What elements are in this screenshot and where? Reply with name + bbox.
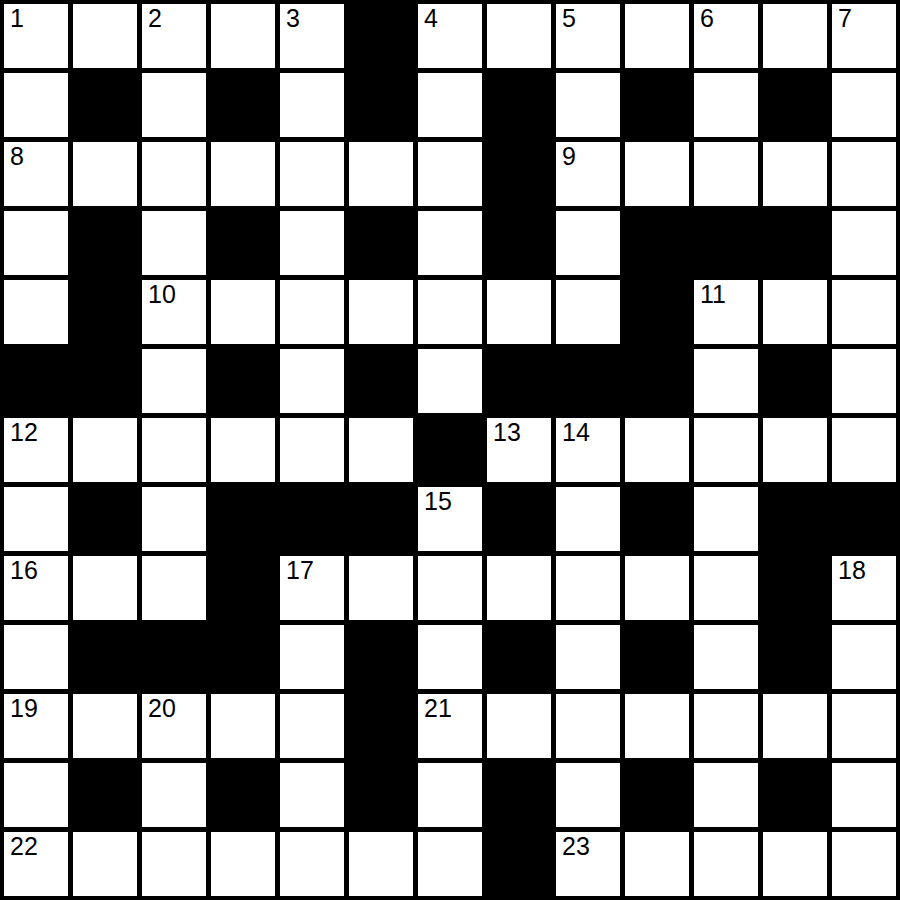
black-cell [763, 556, 827, 620]
clue-number: 1 [10, 5, 24, 33]
white-cell[interactable] [418, 349, 482, 413]
white-cell[interactable] [556, 763, 620, 827]
white-cell[interactable] [556, 73, 620, 137]
white-cell[interactable] [73, 832, 137, 896]
white-cell[interactable] [556, 556, 620, 620]
white-cell[interactable] [487, 556, 551, 620]
black-cell [763, 349, 827, 413]
black-cell [211, 211, 275, 275]
white-cell[interactable]: 22 [4, 832, 68, 896]
black-cell [211, 625, 275, 689]
white-cell[interactable] [280, 211, 344, 275]
white-cell[interactable] [73, 142, 137, 206]
white-cell[interactable] [211, 142, 275, 206]
white-cell[interactable] [418, 211, 482, 275]
white-cell[interactable] [142, 211, 206, 275]
white-cell[interactable] [211, 694, 275, 758]
white-cell[interactable] [556, 211, 620, 275]
white-cell[interactable] [142, 556, 206, 620]
clue-number: 12 [10, 419, 38, 447]
clue-number: 19 [10, 695, 38, 723]
white-cell[interactable]: 23 [556, 832, 620, 896]
black-cell [832, 487, 896, 551]
white-cell[interactable]: 12 [4, 418, 68, 482]
white-cell[interactable] [280, 349, 344, 413]
black-cell [349, 694, 413, 758]
white-cell[interactable]: 21 [418, 694, 482, 758]
black-cell [349, 487, 413, 551]
white-cell[interactable] [556, 280, 620, 344]
black-cell [625, 73, 689, 137]
white-cell[interactable] [4, 280, 68, 344]
clue-number: 15 [424, 488, 452, 516]
black-cell [73, 73, 137, 137]
white-cell[interactable] [763, 418, 827, 482]
white-cell[interactable] [832, 418, 896, 482]
white-cell[interactable] [763, 142, 827, 206]
white-cell[interactable] [280, 832, 344, 896]
black-cell [487, 73, 551, 137]
white-cell[interactable] [280, 694, 344, 758]
white-cell[interactable] [694, 694, 758, 758]
white-cell[interactable] [694, 625, 758, 689]
black-cell [625, 763, 689, 827]
clue-number: 13 [493, 419, 521, 447]
black-cell [694, 211, 758, 275]
white-cell[interactable] [4, 625, 68, 689]
clue-number: 17 [286, 557, 314, 585]
white-cell[interactable] [349, 142, 413, 206]
white-cell[interactable]: 16 [4, 556, 68, 620]
white-cell[interactable] [832, 349, 896, 413]
black-cell [349, 349, 413, 413]
white-cell[interactable] [694, 349, 758, 413]
black-cell [487, 142, 551, 206]
white-cell[interactable] [142, 349, 206, 413]
white-cell[interactable] [280, 73, 344, 137]
black-cell [349, 73, 413, 137]
black-cell [487, 211, 551, 275]
clue-number: 3 [286, 5, 300, 33]
black-cell [73, 763, 137, 827]
white-cell[interactable]: 1 [4, 4, 68, 68]
white-cell[interactable] [832, 211, 896, 275]
clue-number: 18 [838, 557, 866, 585]
white-cell[interactable] [142, 418, 206, 482]
white-cell[interactable] [280, 280, 344, 344]
white-cell[interactable] [418, 142, 482, 206]
black-cell [625, 625, 689, 689]
white-cell[interactable] [211, 280, 275, 344]
white-cell[interactable] [694, 487, 758, 551]
black-cell [73, 211, 137, 275]
white-cell[interactable]: 6 [694, 4, 758, 68]
white-cell[interactable] [694, 832, 758, 896]
white-cell[interactable] [142, 73, 206, 137]
white-cell[interactable]: 9 [556, 142, 620, 206]
white-cell[interactable] [832, 763, 896, 827]
white-cell[interactable]: 3 [280, 4, 344, 68]
white-cell[interactable] [625, 418, 689, 482]
clue-number: 8 [10, 143, 24, 171]
white-cell[interactable] [4, 763, 68, 827]
clue-number: 21 [424, 695, 452, 723]
clue-number: 4 [424, 5, 438, 33]
black-cell [73, 625, 137, 689]
clue-number: 6 [700, 5, 714, 33]
black-cell [487, 763, 551, 827]
white-cell[interactable] [556, 694, 620, 758]
black-cell [763, 73, 827, 137]
clue-number: 2 [148, 5, 162, 33]
white-cell[interactable]: 5 [556, 4, 620, 68]
white-cell[interactable] [280, 142, 344, 206]
black-cell [487, 832, 551, 896]
white-cell[interactable] [418, 556, 482, 620]
white-cell[interactable] [832, 694, 896, 758]
black-cell [349, 211, 413, 275]
white-cell[interactable] [142, 832, 206, 896]
clue-number: 11 [700, 281, 726, 309]
black-cell [487, 625, 551, 689]
white-cell[interactable] [73, 694, 137, 758]
white-cell[interactable] [280, 763, 344, 827]
white-cell[interactable] [625, 142, 689, 206]
white-cell[interactable] [694, 142, 758, 206]
white-cell[interactable]: 10 [142, 280, 206, 344]
clue-number: 5 [562, 5, 576, 33]
white-cell[interactable] [487, 694, 551, 758]
white-cell[interactable] [349, 832, 413, 896]
white-cell[interactable] [487, 280, 551, 344]
clue-number: 16 [10, 557, 38, 585]
crossword-board: 1234567891011121314151617181920212223 [0, 0, 900, 900]
black-cell [4, 349, 68, 413]
white-cell[interactable]: 8 [4, 142, 68, 206]
white-cell[interactable]: 13 [487, 418, 551, 482]
white-cell[interactable] [832, 832, 896, 896]
black-cell [73, 349, 137, 413]
black-cell [211, 487, 275, 551]
white-cell[interactable] [418, 832, 482, 896]
white-cell[interactable]: 11 [694, 280, 758, 344]
black-cell [625, 487, 689, 551]
white-cell[interactable] [142, 142, 206, 206]
white-cell[interactable] [832, 625, 896, 689]
clue-number: 23 [562, 833, 590, 861]
black-cell [211, 73, 275, 137]
white-cell[interactable]: 17 [280, 556, 344, 620]
black-cell [73, 487, 137, 551]
white-cell[interactable] [694, 418, 758, 482]
white-cell[interactable] [418, 73, 482, 137]
clue-number: 20 [148, 695, 176, 723]
white-cell[interactable] [694, 556, 758, 620]
white-cell[interactable]: 19 [4, 694, 68, 758]
black-cell [211, 763, 275, 827]
black-cell [763, 211, 827, 275]
white-cell[interactable] [832, 73, 896, 137]
white-cell[interactable] [418, 763, 482, 827]
white-cell[interactable] [832, 142, 896, 206]
white-cell[interactable] [349, 280, 413, 344]
white-cell[interactable] [556, 625, 620, 689]
black-cell [487, 487, 551, 551]
white-cell[interactable]: 14 [556, 418, 620, 482]
white-cell[interactable] [487, 4, 551, 68]
white-cell[interactable] [211, 4, 275, 68]
white-cell[interactable] [142, 763, 206, 827]
white-cell[interactable] [418, 280, 482, 344]
clue-number: 7 [838, 5, 852, 33]
white-cell[interactable]: 2 [142, 4, 206, 68]
white-cell[interactable]: 20 [142, 694, 206, 758]
white-cell[interactable] [349, 556, 413, 620]
white-cell[interactable] [763, 4, 827, 68]
white-cell[interactable] [832, 280, 896, 344]
black-cell [211, 556, 275, 620]
black-cell [142, 625, 206, 689]
white-cell[interactable] [625, 556, 689, 620]
white-cell[interactable] [625, 832, 689, 896]
black-cell [211, 349, 275, 413]
white-cell[interactable]: 4 [418, 4, 482, 68]
white-cell[interactable] [73, 556, 137, 620]
white-cell[interactable] [211, 418, 275, 482]
black-cell [556, 349, 620, 413]
white-cell[interactable] [418, 625, 482, 689]
black-cell [73, 280, 137, 344]
white-cell[interactable] [280, 418, 344, 482]
white-cell[interactable] [4, 487, 68, 551]
white-cell[interactable] [694, 763, 758, 827]
black-cell [763, 487, 827, 551]
white-cell[interactable] [73, 418, 137, 482]
clue-number: 22 [10, 833, 38, 861]
black-cell [763, 625, 827, 689]
white-cell[interactable] [625, 694, 689, 758]
white-cell[interactable] [694, 73, 758, 137]
white-cell[interactable]: 18 [832, 556, 896, 620]
black-cell [625, 211, 689, 275]
black-cell [487, 349, 551, 413]
black-cell [418, 418, 482, 482]
white-cell[interactable] [349, 418, 413, 482]
white-cell[interactable] [625, 4, 689, 68]
black-cell [349, 763, 413, 827]
clue-number: 9 [562, 143, 576, 171]
white-cell[interactable] [4, 211, 68, 275]
black-cell [625, 280, 689, 344]
black-cell [349, 4, 413, 68]
black-cell [625, 349, 689, 413]
white-cell[interactable] [280, 625, 344, 689]
black-cell [349, 625, 413, 689]
black-cell [280, 487, 344, 551]
white-cell[interactable]: 15 [418, 487, 482, 551]
black-cell [763, 763, 827, 827]
white-cell[interactable] [763, 832, 827, 896]
white-cell[interactable] [142, 487, 206, 551]
clue-number: 14 [562, 419, 590, 447]
white-cell[interactable] [763, 694, 827, 758]
white-cell[interactable] [763, 280, 827, 344]
white-cell[interactable] [211, 832, 275, 896]
clue-number: 10 [148, 281, 176, 309]
white-cell[interactable] [556, 487, 620, 551]
white-cell[interactable] [73, 4, 137, 68]
white-cell[interactable] [4, 73, 68, 137]
white-cell[interactable]: 7 [832, 4, 896, 68]
